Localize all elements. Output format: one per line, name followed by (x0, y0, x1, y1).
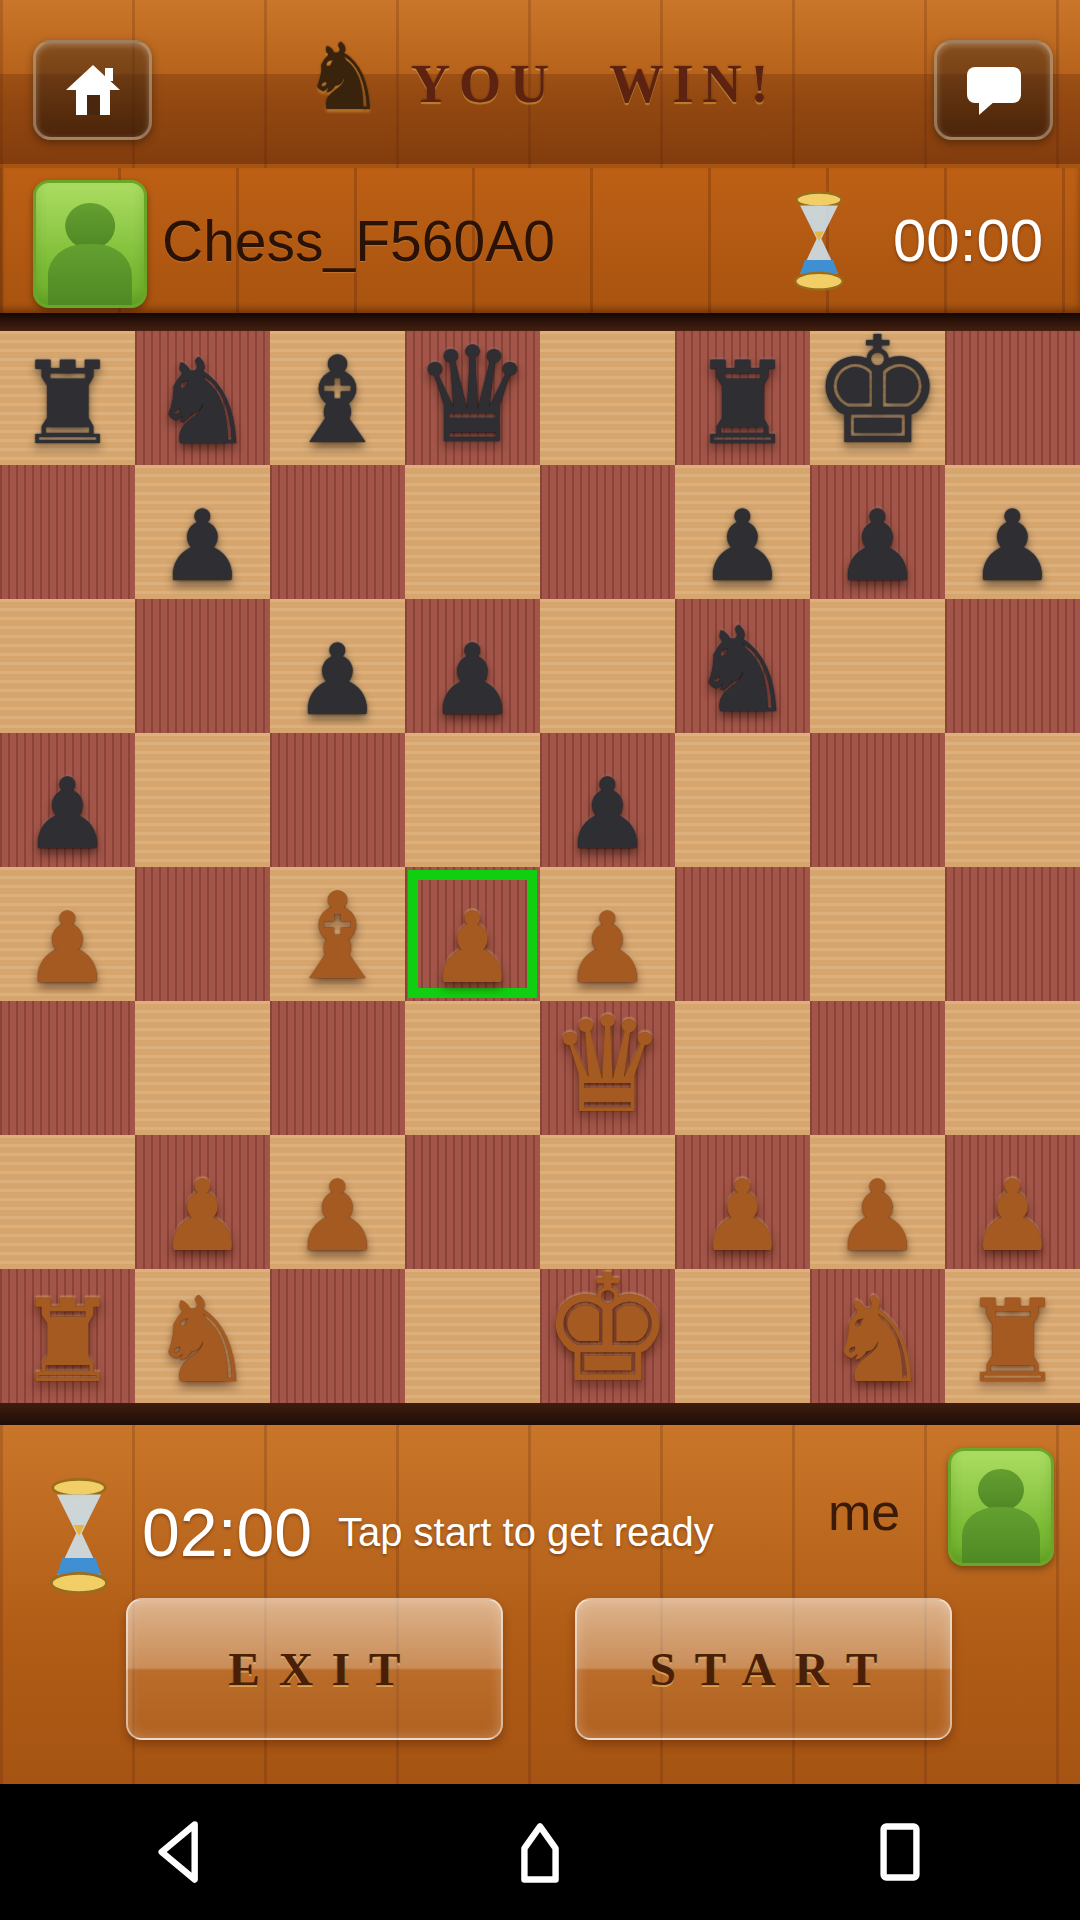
chat-button[interactable] (934, 40, 1053, 140)
square-c1[interactable] (270, 1269, 405, 1403)
piece-white-pawn-d4[interactable]: ♟ (405, 899, 540, 997)
piece-white-bishop-c4[interactable]: ♝ (270, 877, 405, 997)
piece-black-pawn-b7[interactable]: ♟ (135, 497, 270, 595)
piece-white-king-e1[interactable]: ♚ (540, 1255, 675, 1403)
result-title: YOU WIN! (411, 53, 778, 115)
chess-board-frame: ♜♞♝♛♜♚♟♟♟♟♟♟♞♟♟♟♝♟♟♛♟♟♟♟♟♜♞♚♞♜ (0, 313, 1080, 1429)
square-f7[interactable]: ♟ (675, 465, 810, 599)
knight-statue-icon: ♞ (303, 32, 385, 124)
square-g6[interactable] (810, 599, 945, 733)
square-f6[interactable]: ♞ (675, 599, 810, 733)
square-d7[interactable] (405, 465, 540, 599)
piece-black-king-g8[interactable]: ♚ (810, 317, 945, 465)
square-g2[interactable]: ♟ (810, 1135, 945, 1269)
square-c6[interactable]: ♟ (270, 599, 405, 733)
square-h5[interactable] (945, 733, 1080, 867)
ready-hint: Tap start to get ready (338, 1462, 714, 1602)
hourglass-icon (48, 1478, 110, 1594)
piece-white-pawn-h2[interactable]: ♟ (945, 1167, 1080, 1265)
home-icon (511, 1819, 569, 1885)
square-a6[interactable] (0, 599, 135, 733)
square-c4[interactable]: ♝ (270, 867, 405, 1001)
piece-black-knight-f6[interactable]: ♞ (675, 611, 810, 729)
square-e7[interactable] (540, 465, 675, 599)
square-b1[interactable]: ♞ (135, 1269, 270, 1403)
square-c5[interactable] (270, 733, 405, 867)
avatar-person-icon (978, 1469, 1024, 1512)
piece-white-pawn-f2[interactable]: ♟ (675, 1167, 810, 1265)
square-b3[interactable] (135, 1001, 270, 1135)
chess-board: ♜♞♝♛♜♚♟♟♟♟♟♟♞♟♟♟♝♟♟♛♟♟♟♟♟♜♞♚♞♜ (0, 331, 1080, 1403)
square-h2[interactable]: ♟ (945, 1135, 1080, 1269)
piece-white-pawn-b2[interactable]: ♟ (135, 1167, 270, 1265)
square-h1[interactable]: ♜ (945, 1269, 1080, 1403)
square-b8[interactable]: ♞ (135, 331, 270, 465)
square-e4[interactable]: ♟ (540, 867, 675, 1001)
piece-white-queen-e3[interactable]: ♛ (540, 999, 675, 1131)
square-a7[interactable] (0, 465, 135, 599)
hourglass-icon (793, 188, 845, 294)
square-b7[interactable]: ♟ (135, 465, 270, 599)
piece-black-pawn-e5[interactable]: ♟ (540, 765, 675, 863)
android-nav-bar (0, 1784, 1080, 1920)
piece-white-rook-h1[interactable]: ♜ (945, 1285, 1080, 1399)
opponent-timer: 00:00 (893, 168, 1043, 313)
piece-white-knight-b1[interactable]: ♞ (135, 1281, 270, 1399)
piece-white-rook-a1[interactable]: ♜ (0, 1285, 135, 1399)
square-g4[interactable] (810, 867, 945, 1001)
square-d5[interactable] (405, 733, 540, 867)
square-c3[interactable] (270, 1001, 405, 1135)
square-f1[interactable] (675, 1269, 810, 1403)
square-c7[interactable] (270, 465, 405, 599)
square-b4[interactable] (135, 867, 270, 1001)
nav-recents-button[interactable] (720, 1821, 1080, 1883)
start-button[interactable]: START (575, 1598, 952, 1740)
piece-black-pawn-d6[interactable]: ♟ (405, 631, 540, 729)
piece-black-knight-b8[interactable]: ♞ (135, 343, 270, 461)
square-e8[interactable] (540, 331, 675, 465)
piece-black-queen-d8[interactable]: ♛ (405, 329, 540, 461)
chat-bubble-icon (964, 63, 1024, 117)
piece-black-pawn-c6[interactable]: ♟ (270, 631, 405, 729)
square-g7[interactable]: ♟ (810, 465, 945, 599)
piece-white-knight-g1[interactable]: ♞ (810, 1281, 945, 1399)
piece-black-rook-a8[interactable]: ♜ (0, 347, 135, 461)
square-a5[interactable]: ♟ (0, 733, 135, 867)
square-d8[interactable]: ♛ (405, 331, 540, 465)
piece-white-pawn-e4[interactable]: ♟ (540, 899, 675, 997)
square-b2[interactable]: ♟ (135, 1135, 270, 1269)
square-e3[interactable]: ♛ (540, 1001, 675, 1135)
piece-white-pawn-g2[interactable]: ♟ (810, 1167, 945, 1265)
piece-black-bishop-c8[interactable]: ♝ (270, 341, 405, 461)
opponent-avatar[interactable] (33, 180, 147, 308)
square-a2[interactable] (0, 1135, 135, 1269)
square-b5[interactable] (135, 733, 270, 867)
square-a8[interactable]: ♜ (0, 331, 135, 465)
square-d1[interactable] (405, 1269, 540, 1403)
player-panel: 02:00 Tap start to get ready me EXIT STA… (0, 1425, 1080, 1784)
opponent-name: Chess_F560A0 (162, 168, 555, 313)
nav-home-button[interactable] (360, 1819, 720, 1885)
result-title-group: ♞ YOU WIN! (0, 0, 1080, 168)
piece-black-pawn-h7[interactable]: ♟ (945, 497, 1080, 595)
square-b6[interactable] (135, 599, 270, 733)
square-e6[interactable] (540, 599, 675, 733)
square-f2[interactable]: ♟ (675, 1135, 810, 1269)
square-g3[interactable] (810, 1001, 945, 1135)
square-f3[interactable] (675, 1001, 810, 1135)
home-icon (63, 62, 123, 118)
square-f8[interactable]: ♜ (675, 331, 810, 465)
square-f4[interactable] (675, 867, 810, 1001)
square-c2[interactable]: ♟ (270, 1135, 405, 1269)
avatar-person-icon (65, 203, 115, 249)
piece-white-pawn-c2[interactable]: ♟ (270, 1167, 405, 1265)
nav-back-button[interactable] (0, 1819, 360, 1885)
piece-black-rook-f8[interactable]: ♜ (675, 347, 810, 461)
square-a1[interactable]: ♜ (0, 1269, 135, 1403)
square-d2[interactable] (405, 1135, 540, 1269)
exit-button[interactable]: EXIT (126, 1598, 503, 1740)
square-d6[interactable]: ♟ (405, 599, 540, 733)
square-g8[interactable]: ♚ (810, 331, 945, 465)
square-a4[interactable]: ♟ (0, 867, 135, 1001)
square-h3[interactable] (945, 1001, 1080, 1135)
player-avatar[interactable] (948, 1448, 1054, 1566)
app-screen: ♞ YOU WIN! Chess_F560A0 (0, 0, 1080, 1920)
square-f5[interactable] (675, 733, 810, 867)
player-timer: 02:00 (142, 1462, 312, 1602)
square-h6[interactable] (945, 599, 1080, 733)
square-e5[interactable]: ♟ (540, 733, 675, 867)
square-h7[interactable]: ♟ (945, 465, 1080, 599)
player-label: me (828, 1452, 900, 1572)
square-d3[interactable] (405, 1001, 540, 1135)
square-d4[interactable]: ♟ (405, 867, 540, 1001)
recents-icon (878, 1821, 922, 1883)
square-g1[interactable]: ♞ (810, 1269, 945, 1403)
square-e1[interactable]: ♚ (540, 1269, 675, 1403)
piece-black-pawn-g7[interactable]: ♟ (810, 497, 945, 595)
header-bar: ♞ YOU WIN! (0, 0, 1080, 168)
back-icon (152, 1819, 208, 1885)
piece-white-pawn-a4[interactable]: ♟ (0, 899, 135, 997)
square-c8[interactable]: ♝ (270, 331, 405, 465)
piece-black-pawn-a5[interactable]: ♟ (0, 765, 135, 863)
square-h8[interactable] (945, 331, 1080, 465)
square-g5[interactable] (810, 733, 945, 867)
home-button[interactable] (33, 40, 152, 140)
square-h4[interactable] (945, 867, 1080, 1001)
piece-black-pawn-f7[interactable]: ♟ (675, 497, 810, 595)
square-a3[interactable] (0, 1001, 135, 1135)
